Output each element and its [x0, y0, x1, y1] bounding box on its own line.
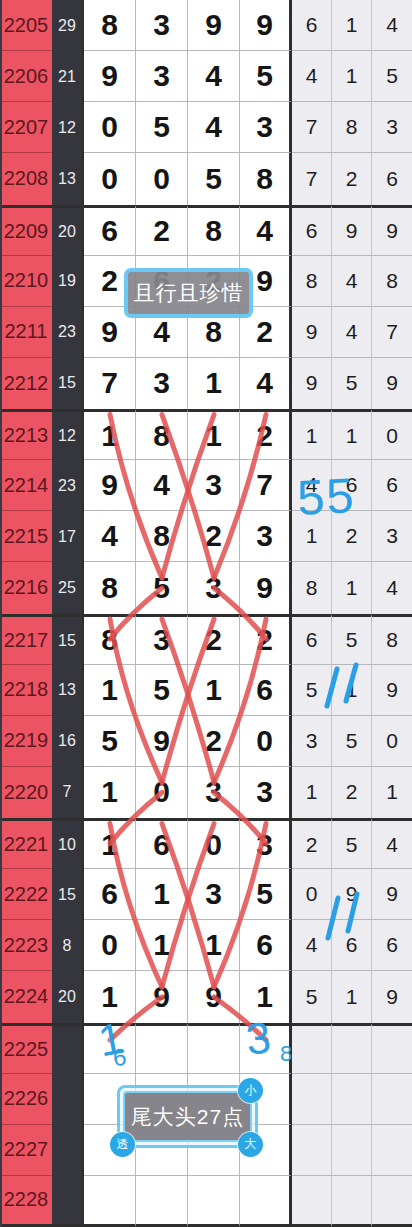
main-digit-cell: 5 — [240, 51, 292, 102]
main-digit-cell: 1 — [84, 818, 136, 869]
main-digit-cell: 4 — [136, 460, 188, 511]
main-digit-cell: 2 — [240, 614, 292, 665]
right-digit-cell: 3 — [372, 511, 412, 562]
right-digit-cell: 9 — [372, 358, 412, 409]
main-digit-cell: 3 — [188, 767, 240, 818]
sum-cell: 19 — [52, 256, 84, 307]
period-cell: 2207 — [0, 102, 52, 153]
main-digit-cell: 9 — [240, 0, 292, 51]
sum-cell: 15 — [52, 614, 84, 665]
main-digit-cell: 3 — [188, 562, 240, 613]
sum-cell — [52, 1023, 84, 1074]
main-digit-cell: 2 — [188, 614, 240, 665]
period-cell: 2218 — [0, 665, 52, 716]
right-digit-cell: 1 — [372, 767, 412, 818]
sum-cell — [52, 1074, 84, 1125]
main-digit-cell: 5 — [136, 665, 188, 716]
sum-cell: 12 — [52, 102, 84, 153]
right-digit-cell: 1 — [292, 767, 332, 818]
main-digit-cell: 0 — [136, 153, 188, 204]
right-digit-cell: 6 — [332, 920, 372, 971]
lottery-trend-chart-screen: 2205298399614220621934541522071205437832… — [0, 0, 412, 1227]
right-digit-cell: 5 — [292, 971, 332, 1022]
sum-cell: 20 — [52, 205, 84, 256]
main-digit-cell: 0 — [136, 767, 188, 818]
main-digit-cell: 6 — [240, 920, 292, 971]
sum-cell: 20 — [52, 971, 84, 1022]
caption-overlay-box[interactable]: 尾大头27点 小 透 大 — [117, 1085, 258, 1148]
right-digit-cell: 4 — [372, 818, 412, 869]
right-digit-cell — [332, 1176, 372, 1227]
sum-cell: 25 — [52, 562, 84, 613]
right-digit-cell — [332, 1074, 372, 1125]
period-cell: 2225 — [0, 1023, 52, 1074]
right-digit-cell: 9 — [332, 205, 372, 256]
sum-cell: 13 — [52, 665, 84, 716]
period-cell: 2226 — [0, 1074, 52, 1125]
main-digit-cell: 3 — [136, 51, 188, 102]
right-digit-cell: 0 — [292, 869, 332, 920]
right-digit-cell: 9 — [332, 869, 372, 920]
main-digit-cell: 2 — [188, 511, 240, 562]
caption-overlay-text: 尾大头27点 — [131, 1103, 244, 1131]
main-digit-cell — [136, 1176, 188, 1227]
main-digit-cell: 1 — [188, 358, 240, 409]
right-digit-cell: 3 — [372, 102, 412, 153]
right-digit-cell — [372, 1023, 412, 1074]
period-cell: 2214 — [0, 460, 52, 511]
right-digit-cell: 0 — [372, 716, 412, 767]
handwriting-digit: 6 — [112, 1045, 129, 1070]
right-digit-cell: 9 — [372, 971, 412, 1022]
right-digit-cell: 9 — [372, 869, 412, 920]
main-digit-cell: 2 — [240, 409, 292, 460]
font-small-badge[interactable]: 小 — [238, 1078, 263, 1103]
main-digit-cell: 4 — [188, 51, 240, 102]
caption-overlay-inner: 尾大头27点 — [123, 1091, 252, 1142]
trend-grid: 2205298399614220621934541522071205437832… — [0, 0, 412, 1227]
right-digit-cell — [332, 1023, 372, 1074]
right-digit-cell: 7 — [292, 102, 332, 153]
right-digit-cell: 5 — [292, 665, 332, 716]
main-digit-cell: 3 — [240, 818, 292, 869]
main-digit-cell: 8 — [84, 0, 136, 51]
main-digit-cell: 9 — [84, 460, 136, 511]
main-digit-cell: 3 — [188, 869, 240, 920]
period-cell: 2209 — [0, 205, 52, 256]
right-digit-cell: 5 — [332, 614, 372, 665]
period-cell: 2206 — [0, 51, 52, 102]
right-digit-cell: 0 — [372, 409, 412, 460]
main-digit-cell: 7 — [240, 460, 292, 511]
period-cell: 2215 — [0, 511, 52, 562]
right-digit-cell — [372, 1176, 412, 1227]
right-digit-cell: 9 — [292, 358, 332, 409]
right-digit-cell: 4 — [292, 920, 332, 971]
right-digit-cell: 1 — [332, 665, 372, 716]
handwriting-digit: 8 — [280, 1043, 294, 1065]
right-digit-cell: 5 — [332, 716, 372, 767]
main-digit-cell: 2 — [136, 205, 188, 256]
main-digit-cell: 5 — [136, 562, 188, 613]
right-digit-cell: 8 — [332, 102, 372, 153]
right-digit-cell — [372, 1074, 412, 1125]
sum-cell: 12 — [52, 409, 84, 460]
main-digit-cell: 1 — [84, 409, 136, 460]
period-cell: 2210 — [0, 256, 52, 307]
right-digit-cell — [372, 1125, 412, 1176]
main-digit-cell — [84, 1176, 136, 1227]
sum-cell: 23 — [52, 460, 84, 511]
opacity-badge[interactable]: 透 — [110, 1132, 135, 1157]
main-digit-cell: 0 — [84, 102, 136, 153]
main-digit-cell: 8 — [188, 205, 240, 256]
period-cell: 2208 — [0, 153, 52, 204]
right-digit-cell: 9 — [372, 665, 412, 716]
period-cell: 2212 — [0, 358, 52, 409]
main-digit-cell: 3 — [240, 102, 292, 153]
right-digit-cell: 8 — [292, 256, 332, 307]
right-digit-cell: 6 — [292, 205, 332, 256]
right-digit-cell: 5 — [332, 358, 372, 409]
right-digit-cell: 1 — [332, 562, 372, 613]
sum-cell: 29 — [52, 0, 84, 51]
period-cell: 2205 — [0, 0, 52, 51]
main-digit-cell: 5 — [240, 869, 292, 920]
period-cell: 2211 — [0, 307, 52, 358]
note-overlay-box[interactable]: 且行且珍惜 — [124, 268, 253, 318]
main-digit-cell: 0 — [84, 153, 136, 204]
sum-cell: 15 — [52, 358, 84, 409]
right-digit-cell: 1 — [332, 971, 372, 1022]
main-digit-cell: 3 — [240, 511, 292, 562]
right-digit-cell — [292, 1125, 332, 1176]
main-digit-cell — [188, 1176, 240, 1227]
main-digit-cell: 4 — [240, 205, 292, 256]
period-cell: 2227 — [0, 1125, 52, 1176]
right-digit-cell: 1 — [332, 409, 372, 460]
main-digit-cell: 7 — [84, 358, 136, 409]
sum-cell: 13 — [52, 153, 84, 204]
main-digit-cell: 1 — [136, 920, 188, 971]
main-digit-cell: 9 — [136, 971, 188, 1022]
main-digit-cell: 8 — [136, 511, 188, 562]
main-digit-cell: 4 — [84, 511, 136, 562]
right-digit-cell: 1 — [332, 51, 372, 102]
handwriting-digit: 55 — [296, 471, 357, 523]
main-digit-cell: 0 — [84, 920, 136, 971]
period-cell: 2216 — [0, 562, 52, 613]
main-digit-cell: 0 — [188, 818, 240, 869]
main-digit-cell: 4 — [240, 358, 292, 409]
right-digit-cell: 7 — [372, 307, 412, 358]
main-digit-cell: 3 — [136, 358, 188, 409]
main-digit-cell — [136, 1023, 188, 1074]
right-digit-cell: 4 — [372, 0, 412, 51]
main-digit-cell: 3 — [136, 0, 188, 51]
right-digit-cell: 4 — [292, 51, 332, 102]
main-digit-cell: 5 — [84, 716, 136, 767]
main-digit-cell: 9 — [240, 562, 292, 613]
period-cell: 2213 — [0, 409, 52, 460]
right-digit-cell — [292, 1176, 332, 1227]
sum-cell: 7 — [52, 767, 84, 818]
main-digit-cell: 9 — [136, 716, 188, 767]
main-digit-cell: 1 — [188, 920, 240, 971]
right-digit-cell: 1 — [292, 409, 332, 460]
main-digit-cell — [240, 1176, 292, 1227]
main-digit-cell: 3 — [188, 460, 240, 511]
right-digit-cell: 2 — [332, 767, 372, 818]
right-digit-cell: 8 — [372, 256, 412, 307]
sum-cell: 10 — [52, 818, 84, 869]
main-digit-cell: 0 — [240, 716, 292, 767]
period-cell: 2224 — [0, 971, 52, 1022]
sum-cell: 23 — [52, 307, 84, 358]
right-digit-cell: 6 — [292, 0, 332, 51]
main-digit-cell: 2 — [188, 716, 240, 767]
right-digit-cell: 4 — [332, 256, 372, 307]
right-digit-cell: 6 — [372, 153, 412, 204]
sum-cell — [52, 1176, 84, 1227]
sum-cell: 8 — [52, 920, 84, 971]
main-digit-cell: 1 — [188, 665, 240, 716]
font-large-badge[interactable]: 大 — [238, 1132, 263, 1157]
main-digit-cell: 6 — [84, 869, 136, 920]
main-digit-cell: 9 — [188, 971, 240, 1022]
main-digit-cell: 3 — [240, 767, 292, 818]
right-digit-cell: 5 — [332, 818, 372, 869]
period-cell: 2223 — [0, 920, 52, 971]
main-digit-cell: 8 — [136, 409, 188, 460]
right-digit-cell: 7 — [292, 153, 332, 204]
sum-cell — [52, 1125, 84, 1176]
main-digit-cell: 1 — [84, 665, 136, 716]
right-digit-cell: 1 — [332, 0, 372, 51]
main-digit-cell: 8 — [240, 153, 292, 204]
right-digit-cell: 6 — [372, 460, 412, 511]
main-digit-cell: 1 — [136, 869, 188, 920]
main-digit-cell: 6 — [240, 665, 292, 716]
left-frame-line — [0, 0, 2, 1227]
right-digit-cell: 4 — [372, 562, 412, 613]
period-cell: 2221 — [0, 818, 52, 869]
main-digit-cell — [188, 1023, 240, 1074]
main-digit-cell: 1 — [188, 409, 240, 460]
period-cell: 2220 — [0, 767, 52, 818]
sum-cell: 21 — [52, 51, 84, 102]
handwriting-digit: 3 — [244, 1015, 275, 1062]
main-digit-cell: 9 — [84, 51, 136, 102]
main-digit-cell: 4 — [188, 102, 240, 153]
main-digit-cell: 8 — [84, 614, 136, 665]
main-digit-cell: 8 — [84, 562, 136, 613]
right-digit-cell: 6 — [292, 614, 332, 665]
right-digit-cell: 8 — [292, 562, 332, 613]
right-digit-cell: 8 — [372, 614, 412, 665]
period-cell: 2222 — [0, 869, 52, 920]
right-digit-cell: 6 — [372, 920, 412, 971]
sum-cell: 16 — [52, 716, 84, 767]
right-digit-cell: 9 — [372, 205, 412, 256]
main-digit-cell: 5 — [188, 153, 240, 204]
sum-cell: 17 — [52, 511, 84, 562]
right-digit-cell: 4 — [332, 307, 372, 358]
main-digit-cell: 6 — [136, 818, 188, 869]
period-cell: 2228 — [0, 1176, 52, 1227]
period-cell: 2219 — [0, 716, 52, 767]
note-overlay-text: 且行且珍惜 — [134, 279, 244, 307]
right-digit-cell: 2 — [292, 818, 332, 869]
main-digit-cell: 9 — [188, 0, 240, 51]
right-digit-cell: 2 — [332, 153, 372, 204]
main-digit-cell: 1 — [84, 767, 136, 818]
sum-cell: 15 — [52, 869, 84, 920]
right-digit-cell — [292, 1023, 332, 1074]
right-digit-cell — [332, 1125, 372, 1176]
main-digit-cell: 3 — [136, 614, 188, 665]
period-cell: 2217 — [0, 614, 52, 665]
right-digit-cell: 9 — [292, 307, 332, 358]
right-digit-cell — [292, 1074, 332, 1125]
main-digit-cell: 5 — [136, 102, 188, 153]
right-digit-cell: 3 — [292, 716, 332, 767]
main-digit-cell: 6 — [84, 205, 136, 256]
right-digit-cell: 5 — [372, 51, 412, 102]
